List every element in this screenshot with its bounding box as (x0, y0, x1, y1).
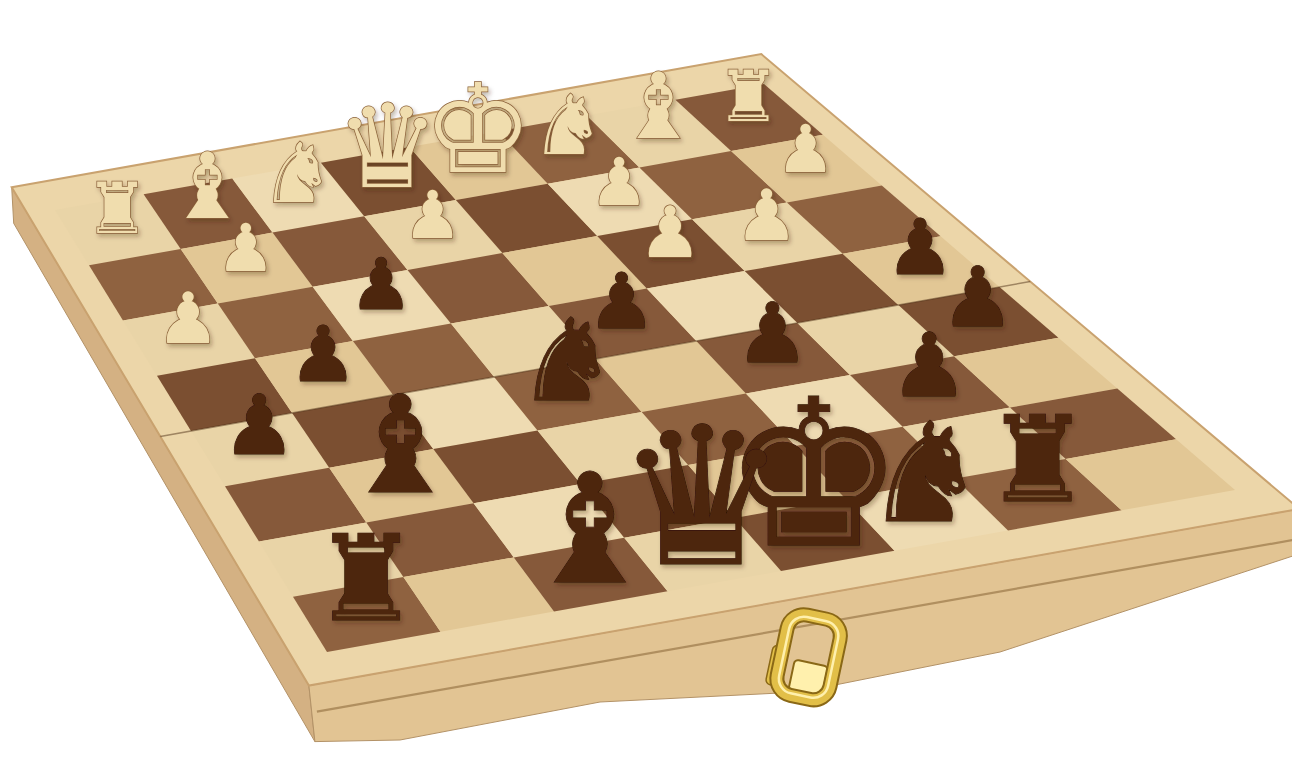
white-pawn-b2[interactable]: ♟ (216, 210, 275, 287)
white-rook-h1[interactable]: ♜ (716, 55, 780, 138)
black-bishop-c8[interactable]: ♝ (522, 441, 658, 618)
black-rook-a8[interactable]: ♜ (313, 510, 420, 648)
black-knight-d5[interactable]: ♞ (516, 294, 618, 427)
black-bishop-b6[interactable]: ♝ (340, 367, 461, 524)
white-rook-a1[interactable]: ♜ (85, 167, 149, 250)
black-pawn-a5[interactable]: ♟ (222, 377, 296, 474)
black-rook-g8[interactable]: ♜ (984, 391, 1091, 529)
chess-set-photo: ♜♝♞♚♟♛♞♟♝♜♟♟♟♟♟♟♟♟♟♟♟♟♞♟♝♜♞♚♛♝♜ (0, 0, 1292, 780)
white-knight-c1[interactable]: ♞ (260, 125, 334, 222)
white-pawn-a3[interactable]: ♟ (156, 277, 220, 360)
black-pawn-c3[interactable]: ♟ (349, 243, 413, 326)
chess-board-scene: ♜♝♞♚♟♛♞♟♝♜♟♟♟♟♟♟♟♟♟♟♟♟♞♟♝♜♞♚♛♝♜ (0, 0, 1292, 780)
white-pawn-g3[interactable]: ♟ (735, 174, 799, 257)
